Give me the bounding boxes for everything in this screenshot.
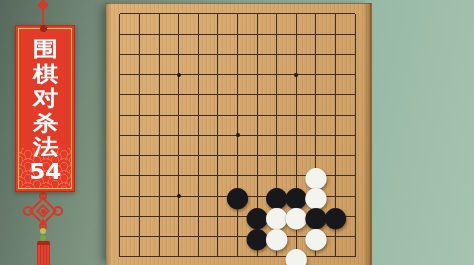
- board-cell-N7[interactable]: [345, 125, 365, 145]
- board-cell-H8[interactable]: [247, 105, 267, 125]
- grid-line-horizontal: [169, 13, 189, 14]
- board-cell-F7[interactable]: [208, 125, 228, 145]
- grid-line-horizontal: [208, 155, 228, 156]
- board-cell-C11[interactable]: [149, 44, 169, 64]
- grid-line-horizontal: [326, 175, 346, 176]
- board-cell-C3[interactable]: [149, 206, 169, 226]
- grid-line-horizontal: [130, 216, 150, 217]
- title-banner: 围 棋 对 杀 法 54: [15, 25, 75, 192]
- board-cell-N3[interactable]: [345, 206, 365, 226]
- board-cell-D1[interactable]: [169, 247, 189, 265]
- grid-line-horizontal: [189, 54, 209, 55]
- grid-line-horizontal: [149, 94, 169, 95]
- grid-line-horizontal: [287, 54, 307, 55]
- board-cell-M5[interactable]: [326, 166, 346, 186]
- board-cell-D7[interactable]: [169, 125, 189, 145]
- board-cell-E11[interactable]: [189, 44, 209, 64]
- grid-line-vertical: [159, 247, 160, 257]
- white-stone[interactable]: ●: [284, 243, 308, 265]
- grid-line-horizontal: [149, 135, 169, 136]
- grid-line-horizontal: [120, 236, 130, 237]
- board-cell-C8[interactable]: [149, 105, 169, 125]
- grid-line-horizontal: [228, 115, 248, 116]
- board-cell-M10[interactable]: [326, 65, 346, 85]
- grid-line-vertical: [198, 14, 199, 24]
- knot-loop-left: [23, 206, 33, 216]
- grid-line-horizontal: [120, 196, 130, 197]
- board-cell-E2[interactable]: [189, 227, 209, 247]
- grid-line-horizontal: [247, 155, 267, 156]
- grid-line-horizontal: [345, 256, 355, 257]
- board-cell-G8[interactable]: [228, 105, 248, 125]
- board-cell-L7[interactable]: [306, 125, 326, 145]
- board-cell-B11[interactable]: [130, 44, 150, 64]
- grid-line-horizontal: [326, 13, 346, 14]
- board-cell-F2[interactable]: [208, 227, 228, 247]
- grid-line-horizontal: [149, 175, 169, 176]
- grid-line-vertical: [315, 14, 316, 24]
- board-cell-E4[interactable]: [189, 186, 209, 206]
- board-cell-M12[interactable]: [326, 24, 346, 44]
- grid-line-horizontal: [130, 236, 150, 237]
- grid-line-horizontal: [267, 13, 287, 14]
- board-cell-M6[interactable]: [326, 146, 346, 166]
- board-cell-A6[interactable]: [110, 146, 130, 166]
- grid-line-horizontal: [306, 256, 326, 257]
- board-cell-N10[interactable]: [345, 65, 365, 85]
- grid-line-horizontal: [267, 34, 287, 35]
- board-cell-D5[interactable]: [169, 166, 189, 186]
- grid-line-horizontal: [267, 115, 287, 116]
- grid-line-horizontal: [228, 54, 248, 55]
- board-cell-D12[interactable]: [169, 24, 189, 44]
- grid-line-horizontal: [247, 175, 267, 176]
- grid-line-horizontal: [149, 256, 169, 257]
- board-cell-E1[interactable]: [189, 247, 209, 265]
- grid-line-horizontal: [149, 13, 169, 14]
- board-cell-N2[interactable]: [345, 227, 365, 247]
- board-grid: ●●●●●●●●●●●●●●: [110, 4, 365, 265]
- grid-line-horizontal: [345, 94, 355, 95]
- star-point: [177, 194, 181, 198]
- board-cell-C5[interactable]: [149, 166, 169, 186]
- knot-center-dot: [41, 209, 46, 214]
- grid-line-horizontal: [189, 135, 209, 136]
- board-cell-D3[interactable]: [169, 206, 189, 226]
- grid-line-horizontal: [120, 175, 130, 176]
- board-cell-E6[interactable]: [189, 146, 209, 166]
- grid-line-horizontal: [326, 236, 346, 237]
- grid-line-horizontal: [287, 94, 307, 95]
- board-cell-B1[interactable]: [130, 247, 150, 265]
- grid-line-horizontal: [120, 34, 130, 35]
- grid-line-horizontal: [130, 256, 150, 257]
- board-cell-M7[interactable]: [326, 125, 346, 145]
- grid-line-horizontal: [287, 115, 307, 116]
- board-cell-G6[interactable]: [228, 146, 248, 166]
- board-cell-J6[interactable]: [267, 146, 287, 166]
- grid-line-vertical: [237, 14, 238, 24]
- grid-line-horizontal: [247, 74, 267, 75]
- board-cell-D10[interactable]: [169, 65, 189, 85]
- board-cell-F1[interactable]: [208, 247, 228, 265]
- board-cell-C9[interactable]: [149, 85, 169, 105]
- board-cell-C13[interactable]: [149, 4, 169, 24]
- grid-line-horizontal: [149, 34, 169, 35]
- grid-line-horizontal: [130, 54, 150, 55]
- board-cell-E8[interactable]: [189, 105, 209, 125]
- board-cell-K11[interactable]: [287, 44, 307, 64]
- grid-line-horizontal: [326, 196, 346, 197]
- board-cell-C10[interactable]: [149, 65, 169, 85]
- board-cell-F12[interactable]: [208, 24, 228, 44]
- grid-line-horizontal: [208, 74, 228, 75]
- grid-line-horizontal: [287, 13, 307, 14]
- knot-loop-right: [53, 206, 63, 216]
- grid-line-horizontal: [345, 236, 355, 237]
- board-cell-G7[interactable]: [228, 125, 248, 145]
- grid-line-horizontal: [267, 74, 287, 75]
- grid-line-horizontal: [120, 74, 130, 75]
- grid-line-horizontal: [267, 155, 287, 156]
- board-cell-H6[interactable]: [247, 146, 267, 166]
- grid-line-horizontal: [247, 13, 267, 14]
- board-cell-A12[interactable]: [110, 24, 130, 44]
- board-cell-D2[interactable]: [169, 227, 189, 247]
- grid-line-horizontal: [189, 115, 209, 116]
- board-cell-M3[interactable]: ●: [326, 206, 346, 226]
- grid-line-horizontal: [345, 115, 355, 116]
- banner-title: 围 棋 对 杀 法 54: [16, 26, 74, 191]
- grid-line-horizontal: [287, 135, 307, 136]
- board-cell-C4[interactable]: [149, 186, 169, 206]
- banner-char-5: 法: [32, 135, 58, 160]
- board-cell-K10[interactable]: [287, 65, 307, 85]
- grid-line-horizontal: [120, 135, 130, 136]
- grid-line-horizontal: [130, 135, 150, 136]
- grid-line-horizontal: [169, 135, 189, 136]
- board-cell-E9[interactable]: [189, 85, 209, 105]
- board-cell-K12[interactable]: [287, 24, 307, 44]
- grid-line-horizontal: [287, 34, 307, 35]
- star-point: [294, 73, 298, 77]
- board-cell-L10[interactable]: [306, 65, 326, 85]
- board-cell-G10[interactable]: [228, 65, 248, 85]
- grid-line-vertical: [335, 247, 336, 257]
- banner-number: 54: [29, 160, 61, 185]
- grid-line-horizontal: [189, 216, 209, 217]
- grid-line-horizontal: [149, 155, 169, 156]
- grid-line-horizontal: [326, 115, 346, 116]
- grid-line-horizontal: [326, 54, 346, 55]
- board-cell-K1[interactable]: ●: [287, 247, 307, 265]
- board-cell-A11[interactable]: [110, 44, 130, 64]
- grid-line-horizontal: [120, 256, 130, 257]
- board-cell-C1[interactable]: [149, 247, 169, 265]
- grid-line-horizontal: [130, 155, 150, 156]
- board-cell-D9[interactable]: [169, 85, 189, 105]
- grid-line-vertical: [217, 247, 218, 257]
- board-cell-K13[interactable]: [287, 4, 307, 24]
- board-cell-A7[interactable]: [110, 125, 130, 145]
- grid-line-vertical: [276, 14, 277, 24]
- board-cell-F10[interactable]: [208, 65, 228, 85]
- board-cell-H12[interactable]: [247, 24, 267, 44]
- board-cell-D6[interactable]: [169, 146, 189, 166]
- grid-line-horizontal: [169, 216, 189, 217]
- board-cell-M8[interactable]: [326, 105, 346, 125]
- grid-line-horizontal: [130, 196, 150, 197]
- grid-line-horizontal: [149, 216, 169, 217]
- board-cell-N5[interactable]: [345, 166, 365, 186]
- grid-line-horizontal: [345, 13, 355, 14]
- scene: 围 棋 对 杀 法 54 ●●●●●●●●●●●●●●: [0, 0, 474, 265]
- go-board: ●●●●●●●●●●●●●●: [106, 3, 372, 265]
- banner-char-1: 围: [32, 37, 58, 62]
- grid-line-horizontal: [169, 155, 189, 156]
- board-cell-J10[interactable]: [267, 65, 287, 85]
- board-cell-A10[interactable]: [110, 65, 130, 85]
- board-cell-A3[interactable]: [110, 206, 130, 226]
- board-cell-G9[interactable]: [228, 85, 248, 105]
- grid-line-vertical: [139, 247, 140, 257]
- board-cell-E3[interactable]: [189, 206, 209, 226]
- board-cell-J8[interactable]: [267, 105, 287, 125]
- grid-line-vertical: [335, 14, 336, 24]
- board-cell-F6[interactable]: [208, 146, 228, 166]
- board-cell-B9[interactable]: [130, 85, 150, 105]
- board-cell-A5[interactable]: [110, 166, 130, 186]
- grid-line-horizontal: [228, 94, 248, 95]
- grid-line-horizontal: [326, 74, 346, 75]
- board-cell-F9[interactable]: [208, 85, 228, 105]
- board-cell-G13[interactable]: [228, 4, 248, 24]
- board-cell-J11[interactable]: [267, 44, 287, 64]
- grid-line-horizontal: [306, 74, 326, 75]
- board-cell-F11[interactable]: [208, 44, 228, 64]
- grid-line-horizontal: [189, 175, 209, 176]
- board-cell-A8[interactable]: [110, 105, 130, 125]
- grid-line-horizontal: [120, 13, 130, 14]
- board-cell-H10[interactable]: [247, 65, 267, 85]
- board-cell-A1[interactable]: [110, 247, 130, 265]
- grid-line-horizontal: [189, 236, 209, 237]
- board-cell-M1[interactable]: [326, 247, 346, 265]
- grid-line-horizontal: [247, 94, 267, 95]
- grid-line-horizontal: [120, 94, 130, 95]
- grid-line-horizontal: [208, 175, 228, 176]
- board-cell-M11[interactable]: [326, 44, 346, 64]
- board-cell-K8[interactable]: [287, 105, 307, 125]
- grid-line-horizontal: [189, 94, 209, 95]
- board-cell-B10[interactable]: [130, 65, 150, 85]
- grid-line-horizontal: [130, 74, 150, 75]
- grid-line-horizontal: [228, 256, 248, 257]
- board-cell-B4[interactable]: [130, 186, 150, 206]
- board-cell-A2[interactable]: [110, 227, 130, 247]
- board-cell-D4[interactable]: [169, 186, 189, 206]
- banner-char-4: 杀: [32, 111, 58, 136]
- board-cell-E5[interactable]: [189, 166, 209, 186]
- grid-line-horizontal: [228, 74, 248, 75]
- grid-line-horizontal: [208, 236, 228, 237]
- board-cell-B7[interactable]: [130, 125, 150, 145]
- grid-line-horizontal: [326, 34, 346, 35]
- board-cell-B3[interactable]: [130, 206, 150, 226]
- board-cell-L9[interactable]: [306, 85, 326, 105]
- banner-string-knob: [37, 0, 48, 11]
- grid-line-horizontal: [208, 256, 228, 257]
- board-cell-N9[interactable]: [345, 85, 365, 105]
- grid-line-horizontal: [345, 196, 355, 197]
- board-cell-L11[interactable]: [306, 44, 326, 64]
- grid-line-horizontal: [189, 155, 209, 156]
- board-cell-D13[interactable]: [169, 4, 189, 24]
- grid-line-horizontal: [149, 54, 169, 55]
- board-cell-J9[interactable]: [267, 85, 287, 105]
- grid-line-horizontal: [208, 216, 228, 217]
- grid-line-horizontal: [228, 34, 248, 35]
- grid-line-horizontal: [169, 34, 189, 35]
- board-cell-F13[interactable]: [208, 4, 228, 24]
- grid-line-vertical: [178, 14, 179, 24]
- grid-line-horizontal: [306, 155, 326, 156]
- grid-line-horizontal: [208, 13, 228, 14]
- grid-line-horizontal: [130, 13, 150, 14]
- grid-line-horizontal: [189, 74, 209, 75]
- board-cell-C6[interactable]: [149, 146, 169, 166]
- board-cell-F8[interactable]: [208, 105, 228, 125]
- grid-line-horizontal: [120, 155, 130, 156]
- grid-line-horizontal: [169, 256, 189, 257]
- board-cell-L13[interactable]: [306, 4, 326, 24]
- tassel: [37, 241, 50, 265]
- grid-line-horizontal: [208, 34, 228, 35]
- grid-line-horizontal: [208, 115, 228, 116]
- grid-line-horizontal: [130, 115, 150, 116]
- board-cell-C7[interactable]: [149, 125, 169, 145]
- board-cell-H9[interactable]: [247, 85, 267, 105]
- board-cell-A9[interactable]: [110, 85, 130, 105]
- grid-line-horizontal: [326, 94, 346, 95]
- board-cell-A4[interactable]: [110, 186, 130, 206]
- board-cell-H13[interactable]: [247, 4, 267, 24]
- star-point: [177, 73, 181, 77]
- board-cell-C12[interactable]: [149, 24, 169, 44]
- board-cell-H7[interactable]: [247, 125, 267, 145]
- grid-line-horizontal: [169, 175, 189, 176]
- grid-line-horizontal: [267, 54, 287, 55]
- board-cell-N8[interactable]: [345, 105, 365, 125]
- board-cell-E13[interactable]: [189, 4, 209, 24]
- grid-line-horizontal: [247, 135, 267, 136]
- board-cell-J13[interactable]: [267, 4, 287, 24]
- grid-line-horizontal: [267, 135, 287, 136]
- board-cell-E7[interactable]: [189, 125, 209, 145]
- knot-connector-top: [42, 191, 44, 200]
- grid-line-horizontal: [228, 175, 248, 176]
- board-cell-L12[interactable]: [306, 24, 326, 44]
- board-cell-G12[interactable]: [228, 24, 248, 44]
- board-cell-D8[interactable]: [169, 105, 189, 125]
- board-cell-B6[interactable]: [130, 146, 150, 166]
- board-cell-L2[interactable]: ●: [306, 227, 326, 247]
- banner-char-3: 对: [32, 86, 58, 111]
- grid-line-horizontal: [189, 196, 209, 197]
- grid-line-horizontal: [120, 54, 130, 55]
- board-cell-J12[interactable]: [267, 24, 287, 44]
- grid-line-horizontal: [326, 256, 346, 257]
- grid-line-vertical: [139, 14, 140, 24]
- grid-line-horizontal: [267, 94, 287, 95]
- board-cell-K7[interactable]: [287, 125, 307, 145]
- board-cell-N11[interactable]: [345, 44, 365, 64]
- grid-line-horizontal: [287, 155, 307, 156]
- grid-line-vertical: [119, 247, 120, 257]
- grid-line-horizontal: [208, 135, 228, 136]
- board-cell-N12[interactable]: [345, 24, 365, 44]
- board-cell-B13[interactable]: [130, 4, 150, 24]
- grid-line-horizontal: [345, 74, 355, 75]
- grid-line-horizontal: [149, 115, 169, 116]
- grid-line-horizontal: [247, 54, 267, 55]
- board-cell-J7[interactable]: [267, 125, 287, 145]
- grid-line-vertical: [119, 14, 120, 24]
- grid-line-horizontal: [169, 115, 189, 116]
- grid-line-horizontal: [306, 135, 326, 136]
- board-cell-B5[interactable]: [130, 166, 150, 186]
- grid-line-horizontal: [228, 155, 248, 156]
- board-cell-N6[interactable]: [345, 146, 365, 166]
- board-cell-N13[interactable]: [345, 4, 365, 24]
- board-cell-N1[interactable]: [345, 247, 365, 265]
- grid-line-horizontal: [130, 94, 150, 95]
- board-cell-B2[interactable]: [130, 227, 150, 247]
- board-cell-B12[interactable]: [130, 24, 150, 44]
- banner-char-2: 棋: [32, 62, 58, 87]
- grid-line-vertical: [355, 247, 356, 257]
- tassel-bead-lower: [40, 235, 46, 241]
- board-cell-E10[interactable]: [189, 65, 209, 85]
- grid-line-horizontal: [169, 94, 189, 95]
- grid-line-horizontal: [345, 135, 355, 136]
- board-cell-H11[interactable]: [247, 44, 267, 64]
- board-cell-B8[interactable]: [130, 105, 150, 125]
- grid-line-vertical: [355, 14, 356, 24]
- grid-line-vertical: [296, 14, 297, 24]
- grid-line-vertical: [159, 14, 160, 24]
- board-cell-D11[interactable]: [169, 44, 189, 64]
- board-cell-G11[interactable]: [228, 44, 248, 64]
- banner-bead: [40, 25, 47, 32]
- grid-line-horizontal: [130, 175, 150, 176]
- grid-line-horizontal: [247, 34, 267, 35]
- grid-line-horizontal: [130, 34, 150, 35]
- grid-line-horizontal: [326, 135, 346, 136]
- board-cell-C2[interactable]: [149, 227, 169, 247]
- grid-line-horizontal: [247, 256, 267, 257]
- board-cell-N4[interactable]: [345, 186, 365, 206]
- tassel-bead-upper: [40, 228, 46, 234]
- board-cell-M13[interactable]: [326, 4, 346, 24]
- board-cell-M9[interactable]: [326, 85, 346, 105]
- grid-line-horizontal: [120, 216, 130, 217]
- board-cell-L8[interactable]: [306, 105, 326, 125]
- board-cell-A13[interactable]: [110, 4, 130, 24]
- board-cell-E12[interactable]: [189, 24, 209, 44]
- grid-line-horizontal: [120, 115, 130, 116]
- board-cell-K9[interactable]: [287, 85, 307, 105]
